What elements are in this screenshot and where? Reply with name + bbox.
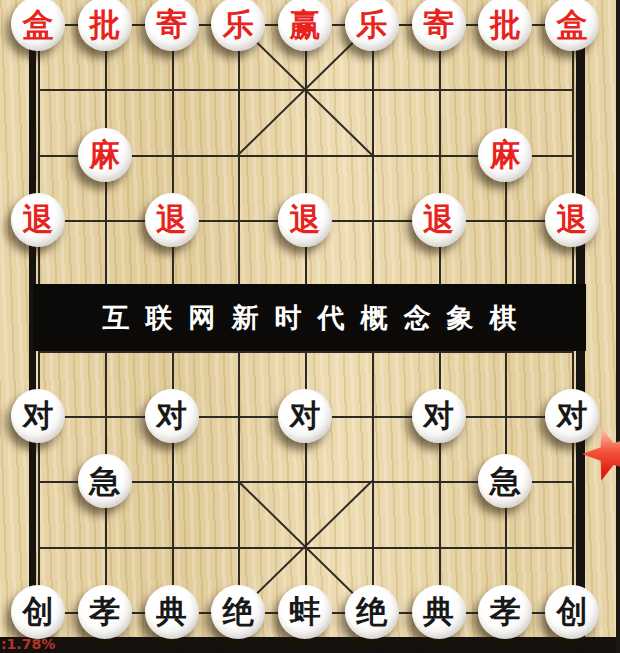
xiangqi-piece[interactable]: 急 [478, 454, 532, 508]
xiangqi-piece[interactable]: 对 [278, 389, 332, 443]
xiangqi-piece[interactable]: 对 [11, 389, 65, 443]
board-cell[interactable] [172, 481, 239, 546]
board-cell[interactable] [305, 481, 372, 546]
board-cell[interactable] [238, 481, 305, 546]
xiangqi-game-screen: 互联网新时代概念象棋 盒批寄乐赢乐寄批盒麻麻退退退退退对对对对急急对创孝典绝蚌绝… [0, 0, 620, 653]
corner-percentage-text: :1.78% [1, 636, 55, 652]
board-cell[interactable] [372, 481, 439, 546]
xiangqi-piece[interactable]: 麻 [478, 128, 532, 182]
board-cell[interactable] [172, 89, 239, 154]
xiangqi-piece[interactable]: 对 [145, 389, 199, 443]
xiangqi-piece[interactable]: 创 [11, 585, 65, 639]
xiangqi-piece[interactable]: 退 [278, 193, 332, 247]
xiangqi-piece[interactable]: 盒 [545, 0, 599, 51]
river-banner: 互联网新时代概念象棋 [33, 284, 586, 351]
xiangqi-piece[interactable]: 急 [78, 454, 132, 508]
red-star-cursor [580, 426, 620, 486]
xiangqi-piece[interactable]: 麻 [78, 128, 132, 182]
xiangqi-piece[interactable]: 退 [412, 193, 466, 247]
xiangqi-piece[interactable]: 退 [11, 193, 65, 247]
xiangqi-piece[interactable]: 绝 [345, 585, 399, 639]
right-dark-edge [616, 0, 620, 653]
xiangqi-piece[interactable]: 退 [545, 193, 599, 247]
xiangqi-piece[interactable]: 退 [145, 193, 199, 247]
xiangqi-piece[interactable]: 创 [545, 585, 599, 639]
xiangqi-piece[interactable]: 典 [145, 585, 199, 639]
board-cell[interactable] [372, 89, 439, 154]
xiangqi-piece[interactable]: 对 [412, 389, 466, 443]
xiangqi-piece[interactable]: 孝 [478, 585, 532, 639]
xiangqi-piece[interactable]: 孝 [78, 585, 132, 639]
board-cell[interactable] [238, 89, 305, 154]
board-cell[interactable] [305, 89, 372, 154]
bottom-dark-band [0, 637, 620, 653]
xiangqi-piece[interactable]: 绝 [211, 585, 265, 639]
xiangqi-piece[interactable]: 蚌 [278, 585, 332, 639]
xiangqi-piece[interactable]: 典 [412, 585, 466, 639]
